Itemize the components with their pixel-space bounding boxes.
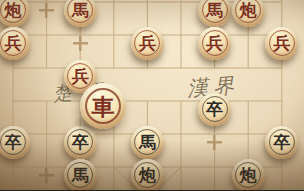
piece-glyph: 兵 <box>72 68 89 85</box>
piece-glyph: 炮 <box>139 167 156 184</box>
piece-red-soldier[interactable]: 兵 <box>198 27 231 60</box>
lifted-piece-glyph: 車 <box>92 95 115 118</box>
piece-red-horse[interactable]: 馬 <box>198 0 231 27</box>
star-point-marker <box>39 168 54 183</box>
piece-red-cannon[interactable]: 炮 <box>0 0 30 27</box>
piece-red-soldier[interactable]: 兵 <box>131 27 164 60</box>
star-point-marker <box>73 36 88 51</box>
piece-glyph: 兵 <box>139 35 156 52</box>
piece-glyph: 卒 <box>206 101 223 118</box>
piece-black-soldier[interactable]: 卒 <box>198 93 231 126</box>
piece-black-soldier[interactable]: 卒 <box>265 126 298 159</box>
piece-glyph: 馬 <box>206 2 223 19</box>
piece-glyph: 馬 <box>72 2 89 19</box>
piece-red-soldier[interactable]: 兵 <box>265 27 298 60</box>
piece-glyph: 卒 <box>273 134 290 151</box>
pieces-grid: 炮馬馬炮兵兵兵兵兵卒卒卒馬卒馬炮炮 <box>0 0 299 190</box>
piece-glyph: 兵 <box>273 35 290 52</box>
piece-glyph: 兵 <box>206 35 223 52</box>
piece-glyph: 兵 <box>5 35 22 52</box>
piece-black-soldier[interactable]: 卒 <box>0 126 30 159</box>
xiangqi-board: 楚河 漢界 炮馬馬炮兵兵兵兵兵卒卒卒馬卒馬炮炮 車 <box>0 0 304 190</box>
piece-black-cannon[interactable]: 炮 <box>131 159 164 191</box>
piece-glyph: 馬 <box>139 134 156 151</box>
selected-piece-red-chariot[interactable]: 車 <box>80 83 126 129</box>
star-point-marker <box>39 3 54 18</box>
piece-black-horse[interactable]: 馬 <box>64 159 97 191</box>
piece-glyph: 卒 <box>5 134 22 151</box>
piece-glyph: 炮 <box>5 2 22 19</box>
piece-glyph: 馬 <box>72 167 89 184</box>
piece-black-cannon[interactable]: 炮 <box>232 159 265 191</box>
star-point-marker <box>207 135 222 150</box>
piece-black-horse[interactable]: 馬 <box>131 126 164 159</box>
piece-glyph: 卒 <box>72 134 89 151</box>
piece-glyph: 炮 <box>240 167 257 184</box>
piece-glyph: 炮 <box>240 2 257 19</box>
piece-red-horse[interactable]: 馬 <box>64 0 97 27</box>
piece-red-soldier[interactable]: 兵 <box>0 27 30 60</box>
piece-red-cannon[interactable]: 炮 <box>232 0 265 27</box>
